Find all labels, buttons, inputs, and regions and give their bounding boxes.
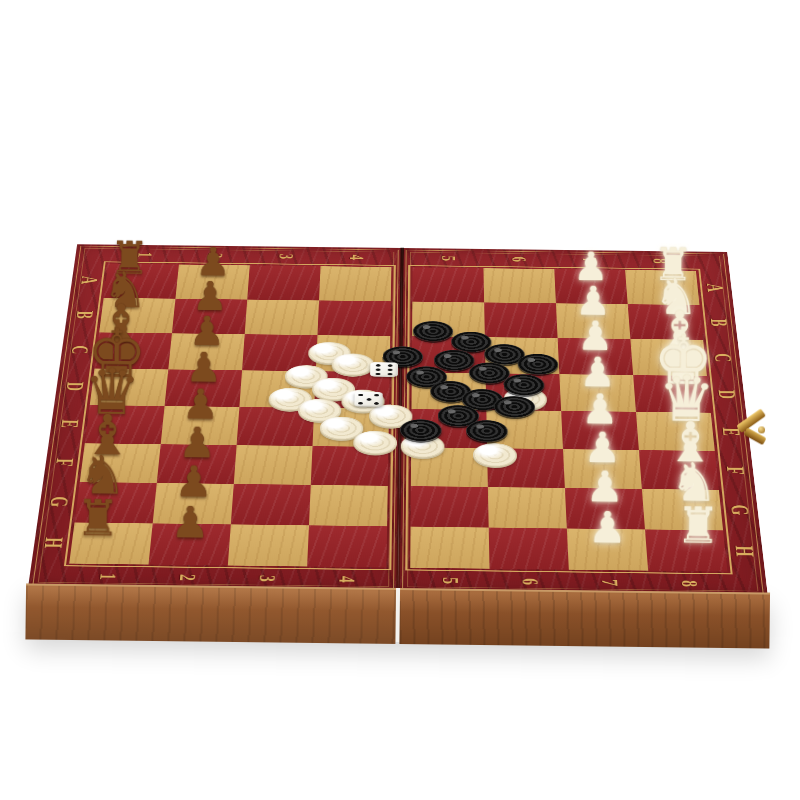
rank-number: 5 xyxy=(413,248,484,268)
square xyxy=(565,488,645,529)
square xyxy=(99,298,175,334)
square xyxy=(485,337,560,374)
square xyxy=(161,406,240,445)
square xyxy=(80,443,161,483)
file-letter: D xyxy=(54,368,94,405)
board-assembly: ABCDEFGH 1234 1234 ABCDEFGH 5678 5678 ♜♞… xyxy=(0,0,800,800)
square xyxy=(411,447,488,487)
file-letter: G xyxy=(37,482,79,523)
square xyxy=(411,372,486,410)
file-letter: F xyxy=(43,443,85,482)
square xyxy=(563,449,642,489)
chess-board: ABCDEFGH 1234 1234 ABCDEFGH 5678 5678 ♜♞… xyxy=(28,244,768,596)
square xyxy=(157,444,237,484)
square xyxy=(484,302,557,338)
square xyxy=(411,409,487,448)
square xyxy=(316,335,390,372)
square xyxy=(228,524,309,566)
square xyxy=(412,336,486,373)
square xyxy=(412,267,484,302)
square xyxy=(639,450,719,490)
square xyxy=(410,526,489,568)
square xyxy=(630,339,707,376)
rank-number: 4 xyxy=(321,247,392,267)
file-letter: B xyxy=(65,297,104,332)
file-letter: E xyxy=(49,405,90,443)
rank-number: 6 xyxy=(483,249,554,269)
square xyxy=(628,304,703,340)
rank-numbers-top-left: 1234 xyxy=(108,245,392,268)
squares-grid-right xyxy=(410,267,727,571)
square xyxy=(412,301,485,337)
square xyxy=(172,298,247,334)
rank-number: 2 xyxy=(179,245,251,265)
product-photo: ABCDEFGH 1234 1234 ABCDEFGH 5678 5678 ♜♞… xyxy=(0,0,800,800)
square xyxy=(245,299,319,335)
box-front-right xyxy=(399,588,770,649)
square xyxy=(636,412,715,451)
rank-number: 1 xyxy=(108,245,181,265)
square xyxy=(168,333,244,370)
square xyxy=(645,529,727,571)
square xyxy=(175,265,249,300)
square xyxy=(75,482,157,523)
square xyxy=(242,334,317,371)
file-letter: C xyxy=(703,340,742,376)
square xyxy=(247,265,320,300)
file-letter: H xyxy=(723,530,765,572)
rank-number: 3 xyxy=(250,246,322,266)
board-right-half: ABCDEFGH 5678 5678 xyxy=(398,248,768,596)
square xyxy=(489,527,569,569)
square xyxy=(231,484,311,525)
square xyxy=(486,373,562,411)
square xyxy=(561,411,639,450)
square xyxy=(559,374,636,412)
square xyxy=(488,487,567,528)
square xyxy=(642,489,723,530)
square xyxy=(234,445,313,485)
file-letter: A xyxy=(696,271,734,305)
square xyxy=(633,375,711,413)
file-letter: C xyxy=(59,332,99,368)
board-scene: ABCDEFGH 1234 1234 ABCDEFGH 5678 5678 ♜♞… xyxy=(28,227,772,596)
square xyxy=(313,408,390,447)
square xyxy=(237,407,315,446)
board-left-half: ABCDEFGH 1234 1234 xyxy=(28,244,402,592)
file-letter: A xyxy=(70,263,108,297)
square xyxy=(85,405,165,444)
rank-numbers-top-right: 5678 xyxy=(413,248,696,271)
square xyxy=(311,446,389,486)
square xyxy=(165,369,243,407)
square xyxy=(567,528,648,570)
square xyxy=(483,268,555,303)
square xyxy=(307,525,387,567)
square xyxy=(625,270,699,305)
rank-number: 7 xyxy=(553,250,625,270)
rank-number: 8 xyxy=(624,251,696,271)
square xyxy=(69,522,152,564)
square xyxy=(558,338,634,375)
square xyxy=(317,300,390,336)
square xyxy=(411,486,489,527)
square xyxy=(319,266,391,301)
square xyxy=(486,410,563,449)
squares-grid-left xyxy=(69,264,391,568)
square xyxy=(149,523,231,565)
square xyxy=(309,485,388,526)
file-letter: B xyxy=(699,305,737,340)
square xyxy=(95,332,172,369)
file-letter: H xyxy=(32,522,75,564)
square xyxy=(90,368,169,406)
square xyxy=(104,264,179,299)
box-front-edge xyxy=(25,583,770,646)
file-letter: G xyxy=(719,490,760,531)
square xyxy=(239,370,315,408)
box-front-left xyxy=(25,583,396,644)
square xyxy=(556,303,630,339)
square xyxy=(314,371,389,409)
square xyxy=(153,483,234,524)
brass-clasp-icon xyxy=(728,402,793,467)
square xyxy=(554,269,627,304)
square xyxy=(487,448,565,488)
